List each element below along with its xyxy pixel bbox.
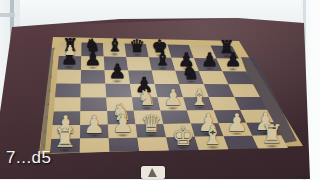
file-label-g: g [244,151,246,155]
file-label-f: f [214,151,215,155]
piece-white-knight-d4: ♞ [137,87,157,109]
piece-black-knight-f6: ♞ [182,63,200,83]
file-label-e: e [184,152,186,156]
file-label-b: b [94,154,96,158]
piece-black-pawn-h7: ♟ [225,51,242,70]
window-mullion [0,13,15,17]
piece-white-rook-h1: ♜ [261,122,284,147]
rank-label-5: 5 [48,89,50,93]
piece-white-queen-d2: ♛ [140,112,162,136]
rank-label-4: 4 [47,102,49,106]
piece-white-bishop-f4: ♝ [190,87,210,109]
piece-black-bishop-c8: ♝ [107,38,123,56]
piece-white-pawn-e4: ♟ [163,87,183,109]
piece-black-pawn-b7: ♟ [84,50,101,69]
rank-label-2: 2 [44,130,46,134]
piece-white-pawn-g2: ♟ [226,110,248,134]
rank-label-3: 3 [45,116,47,120]
file-label-a: a [64,155,66,159]
piece-black-pawn-c6: ♟ [109,63,127,83]
video-frame: abcdefgh12345678 ♜♞♝♛♚♜♟♟♝♟♟♟♟♞♟♞♟♝♞♟♟♟♛… [0,0,320,180]
rank-label-6: 6 [50,75,52,79]
move-caption: 7...d5 [6,148,52,168]
piece-black-queen-d8: ♛ [129,38,145,56]
captured-white-pawn: ♟ [64,43,77,57]
piece-white-rook-a1: ♜ [54,126,77,151]
piece-white-pawn-b2: ♟ [83,113,105,137]
file-label-c: c [124,153,126,157]
piece-black-pawn-g7: ♟ [201,51,218,70]
file-label-h: h [274,150,276,154]
file-label-d: d [154,153,156,157]
piece-white-bishop-f1: ♝ [201,123,224,148]
rank-label-8: 8 [53,47,55,51]
piece-white-pawn-c2: ♟ [112,112,134,136]
rank-label-7: 7 [51,61,53,65]
piece-black-bishop-e7: ♝ [155,51,172,70]
piece-white-king-e1: ♚ [172,123,195,148]
